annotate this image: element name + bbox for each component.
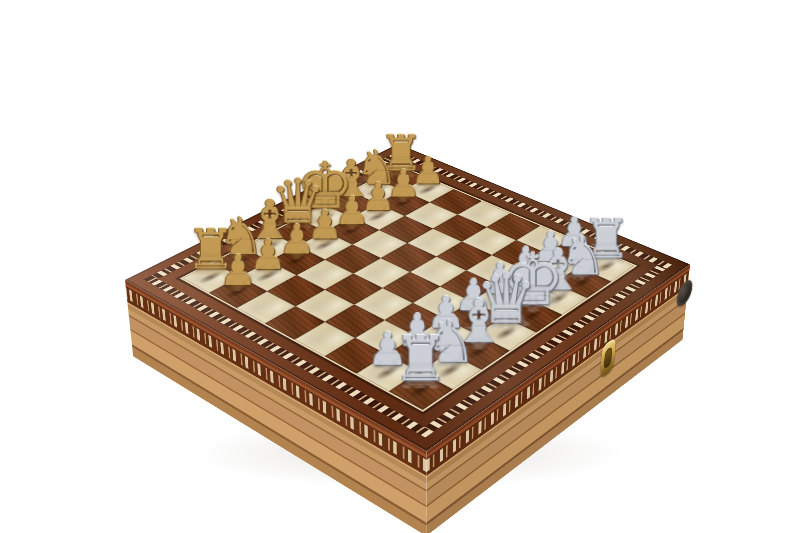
product-photo-stage: ♜♞♝♛♚♝♞♜♟♟♟♟♟♟♟♟♟♟♟♟♟♟♟♟♜♞♝♛♚♝♞♜ — [0, 0, 800, 533]
scene-3d: ♜♞♝♛♚♝♞♜♟♟♟♟♟♟♟♟♟♟♟♟♟♟♟♟♜♞♝♛♚♝♞♜ — [0, 0, 800, 533]
chess-box: ♜♞♝♛♚♝♞♜♟♟♟♟♟♟♟♟♟♟♟♟♟♟♟♟♜♞♝♛♚♝♞♜ — [125, 144, 690, 451]
piece-gold-pawn[interactable]: ♟ — [207, 206, 268, 292]
round-medallion-icon — [676, 276, 694, 310]
piece-silver-rook[interactable]: ♜ — [387, 295, 455, 390]
gold-pawn-glyph: ♟ — [219, 250, 257, 292]
brass-clasp-icon[interactable] — [600, 337, 616, 379]
silver-rook-glyph: ♜ — [393, 328, 449, 390]
